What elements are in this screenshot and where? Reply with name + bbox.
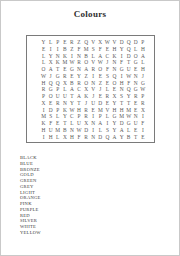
grid-cell: S [90, 46, 97, 53]
grid-cell: S [104, 127, 111, 134]
grid-cell: F [104, 66, 111, 73]
grid-cell: O [47, 93, 54, 100]
grid-cell: C [68, 113, 75, 120]
grid-cell: O [83, 80, 90, 87]
grid-cell: I [90, 73, 97, 80]
grid-cell: L [132, 46, 139, 53]
grid-cell: N [111, 59, 118, 66]
grid-cell: G [111, 113, 118, 120]
grid-cell: A [97, 53, 104, 60]
grid-cell: W [40, 73, 47, 80]
grid-cell: G [118, 66, 125, 73]
grid-cell: I [139, 127, 146, 134]
grid-cell: R [83, 134, 90, 141]
grid-cell: Y [125, 93, 132, 100]
grid-cell: I [90, 113, 97, 120]
grid-cell: I [139, 113, 146, 120]
grid-cell: R [54, 100, 61, 107]
grid-cell: Q [47, 80, 54, 87]
grid-cell: O [111, 80, 118, 87]
grid-cell: E [111, 86, 118, 93]
grid-cell: A [83, 66, 90, 73]
grid-cell: J [97, 86, 104, 93]
puzzle-grid-box: YLPERZQVXWVDQDPEIIBZFMSFEHYQLHLYNKINBLAC… [26, 35, 155, 143]
grid-cell: V [90, 39, 97, 46]
grid-cell: T [54, 66, 61, 73]
grid-cell: F [118, 59, 125, 66]
grid-cell: O [83, 59, 90, 66]
grid-cell: M [54, 127, 61, 134]
grid-cell: R [75, 59, 82, 66]
grid-cell: N [61, 100, 68, 107]
grid-cell: K [40, 120, 47, 127]
grid-cell: H [139, 66, 146, 73]
grid-cell: H [118, 107, 125, 114]
grid-cell: E [97, 93, 104, 100]
grid-cell: F [75, 46, 82, 53]
grid-cell: R [132, 93, 139, 100]
grid-cell: Q [104, 134, 111, 141]
grid-cell: I [54, 46, 61, 53]
grid-cell: I [68, 53, 75, 60]
letter-grid: YLPERZQVXWVDQDPEIIBZFMSFEHYQLHLYNKINBLAC… [40, 39, 146, 140]
grid-cell: D [47, 107, 54, 114]
grid-cell: R [40, 86, 47, 93]
grid-cell: Y [111, 120, 118, 127]
grid-cell: I [104, 120, 111, 127]
grid-cell: Y [40, 39, 47, 46]
grid-cell: X [40, 100, 47, 107]
grid-cell: Q [125, 46, 132, 53]
grid-cell: I [90, 127, 97, 134]
grid-cell: S [47, 113, 54, 120]
grid-cell: E [132, 66, 139, 73]
grid-cell: E [139, 134, 146, 141]
grid-cell: S [118, 93, 125, 100]
grid-cell: F [139, 120, 146, 127]
grid-cell: W [139, 86, 146, 93]
grid-cell: B [83, 53, 90, 60]
grid-cell: N [90, 80, 97, 87]
grid-cell: T [75, 100, 82, 107]
grid-cell: Y [118, 46, 125, 53]
grid-cell: D [118, 39, 125, 46]
grid-cell: L [47, 39, 54, 46]
grid-cell: Z [75, 39, 82, 46]
grid-cell: P [139, 93, 146, 100]
grid-cell: T [118, 100, 125, 107]
grid-cell: N [75, 53, 82, 60]
grid-cell: A [111, 134, 118, 141]
grid-cell: N [68, 127, 75, 134]
grid-cell: U [125, 66, 132, 73]
grid-cell: E [97, 73, 104, 80]
grid-cell: T [61, 120, 68, 127]
grid-cell: M [97, 107, 104, 114]
grid-cell: F [97, 46, 104, 53]
grid-cell: E [61, 39, 68, 46]
grid-cell: W [68, 59, 75, 66]
grid-cell: K [61, 107, 68, 114]
grid-cell: N [132, 73, 139, 80]
grid-cell: W [75, 127, 82, 134]
grid-cell: U [61, 93, 68, 100]
grid-cell: A [139, 53, 146, 60]
grid-cell: A [68, 86, 75, 93]
grid-cell: P [40, 93, 47, 100]
grid-cell: D [125, 53, 132, 60]
grid-cell: E [90, 107, 97, 114]
grid-cell: R [90, 66, 97, 73]
grid-cell: W [125, 73, 132, 80]
grid-cell: L [104, 86, 111, 93]
grid-cell: I [47, 46, 54, 53]
grid-cell: V [90, 59, 97, 66]
grid-cell: L [97, 127, 104, 134]
grid-cell: K [111, 53, 118, 60]
grid-cell: Q [111, 73, 118, 80]
grid-cell: D [118, 120, 125, 127]
grid-cell: N [54, 53, 61, 60]
grid-cell: H [75, 107, 82, 114]
grid-cell: Y [111, 127, 118, 134]
grid-cell: M [118, 113, 125, 120]
grid-cell: K [83, 93, 90, 100]
grid-cell: H [118, 80, 125, 87]
grid-cell: L [54, 134, 61, 141]
grid-cell: J [139, 73, 146, 80]
grid-cell: R [83, 107, 90, 114]
grid-cell: I [118, 73, 125, 80]
grid-cell: W [125, 113, 132, 120]
grid-cell: A [75, 93, 82, 100]
grid-cell: M [83, 46, 90, 53]
grid-cell: H [111, 46, 118, 53]
grid-cell: H [40, 127, 47, 134]
grid-cell: G [132, 59, 139, 66]
grid-cell: L [139, 59, 146, 66]
grid-cell: R [68, 39, 75, 46]
grid-cell: M [40, 113, 47, 120]
grid-cell: G [125, 120, 132, 127]
grid-cell: N [90, 120, 97, 127]
grid-cell: Z [68, 46, 75, 53]
grid-cell: C [75, 86, 82, 93]
grid-cell: U [132, 120, 139, 127]
grid-cell: D [132, 39, 139, 46]
grid-cell: W [104, 39, 111, 46]
grid-cell: H [68, 134, 75, 141]
grid-cell: L [40, 59, 47, 66]
grid-cell: N [111, 66, 118, 73]
grid-cell: H [47, 134, 54, 141]
grid-cell: Z [97, 80, 104, 87]
grid-cell: B [68, 80, 75, 87]
grid-cell: T [132, 134, 139, 141]
grid-cell: X [47, 59, 54, 66]
grid-cell: Q [125, 86, 132, 93]
grid-cell: N [132, 113, 139, 120]
grid-cell: V [104, 107, 111, 114]
grid-cell: E [132, 107, 139, 114]
grid-cell: X [61, 134, 68, 141]
grid-cell: U [90, 100, 97, 107]
grid-cell: L [68, 120, 75, 127]
word-list-item: PURPLE [20, 207, 41, 213]
grid-cell: O [132, 53, 139, 60]
grid-cell: H [40, 80, 47, 87]
grid-cell: L [40, 53, 47, 60]
grid-cell: W [68, 107, 75, 114]
grid-cell: E [104, 46, 111, 53]
grid-cell: Q [83, 39, 90, 46]
grid-cell: T [68, 93, 75, 100]
grid-cell: A [47, 66, 54, 73]
grid-cell: U [54, 93, 61, 100]
grid-cell: B [61, 46, 68, 53]
grid-cell: P [54, 86, 61, 93]
grid-cell: E [68, 73, 75, 80]
grid-cell: C [104, 53, 111, 60]
grid-cell: G [132, 86, 139, 93]
grid-cell: K [61, 53, 68, 60]
grid-cell: A [97, 120, 104, 127]
grid-cell: G [68, 66, 75, 73]
grid-cell: P [54, 107, 61, 114]
grid-cell: Q [54, 80, 61, 87]
grid-cell: E [104, 80, 111, 87]
grid-cell: U [47, 127, 54, 134]
grid-cell: J [83, 100, 90, 107]
grid-cell: Y [61, 113, 68, 120]
grid-cell: H [111, 107, 118, 114]
grid-cell: Y [118, 134, 125, 141]
grid-cell: R [104, 93, 111, 100]
grid-cell: O [40, 66, 47, 73]
grid-cell: S [104, 73, 111, 80]
grid-cell: L [104, 113, 111, 120]
grid-cell: G [54, 73, 61, 80]
grid-cell: P [139, 39, 146, 46]
grid-cell: L [61, 86, 68, 93]
grid-cell: D [97, 134, 104, 141]
grid-cell: G [47, 86, 54, 93]
grid-cell: J [90, 93, 97, 100]
grid-cell: G [139, 80, 146, 87]
grid-cell: E [40, 46, 47, 53]
grid-cell: E [61, 66, 68, 73]
grid-cell: F [47, 120, 54, 127]
grid-cell: L [90, 53, 97, 60]
grid-cell: F [125, 80, 132, 87]
grid-cell: Z [83, 73, 90, 80]
grid-cell: X [83, 86, 90, 93]
grid-cell: R [83, 113, 90, 120]
grid-cell: H [139, 46, 146, 53]
grid-cell: V [111, 39, 118, 46]
worksheet-page: { "game": "word-search", "title": "Colou… [0, 0, 180, 256]
grid-cell: E [104, 100, 111, 107]
grid-cell: A [118, 127, 125, 134]
grid-cell: O [97, 66, 104, 73]
grid-cell: W [97, 59, 104, 66]
grid-cell: B [61, 127, 68, 134]
grid-cell: X [97, 39, 104, 46]
grid-cell: L [125, 127, 132, 134]
word-list-item: YELLOW [20, 230, 41, 236]
grid-cell: X [139, 107, 146, 114]
grid-cell: N [132, 80, 139, 87]
grid-cell: Y [75, 73, 82, 80]
grid-cell: I [40, 134, 47, 141]
grid-cell: E [132, 127, 139, 134]
grid-cell: X [111, 93, 118, 100]
grid-cell: Y [111, 100, 118, 107]
grid-cell: N [90, 134, 97, 141]
grid-cell: T [125, 59, 132, 66]
grid-cell: X [61, 80, 68, 87]
grid-cell: F [75, 134, 82, 141]
grid-cell: R [61, 73, 68, 80]
grid-cell: I [118, 53, 125, 60]
grid-cell: L [54, 113, 61, 120]
grid-cell: D [97, 100, 104, 107]
grid-cell: D [83, 127, 90, 134]
grid-cell: E [47, 100, 54, 107]
grid-cell: J [47, 73, 54, 80]
grid-cell: B [125, 134, 132, 141]
grid-cell: Y [68, 100, 75, 107]
grid-cell: K [54, 59, 61, 66]
grid-cell: P [54, 39, 61, 46]
grid-cell: P [97, 113, 104, 120]
grid-cell: N [118, 86, 125, 93]
grid-cell: N [75, 66, 82, 73]
grid-cell: R [75, 80, 82, 87]
grid-cell: E [54, 120, 61, 127]
word-list: BLACKBLUEBRONZEGOLDGREENGREYLIGHTORANGEP… [20, 155, 41, 236]
grid-cell: J [104, 59, 111, 66]
grid-cell: P [75, 113, 82, 120]
grid-cell: X [83, 120, 90, 127]
grid-cell: T [125, 100, 132, 107]
grid-cell: R [139, 100, 146, 107]
grid-cell: Q [125, 39, 132, 46]
grid-cell: Y [47, 53, 54, 60]
grid-cell: U [75, 120, 82, 127]
grid-cell: V [90, 86, 97, 93]
puzzle-title: Colours [1, 9, 179, 19]
grid-cell: M [125, 107, 132, 114]
grid-cell: M [61, 59, 68, 66]
grid-cell: E [132, 100, 139, 107]
grid-cell: I [40, 107, 47, 114]
